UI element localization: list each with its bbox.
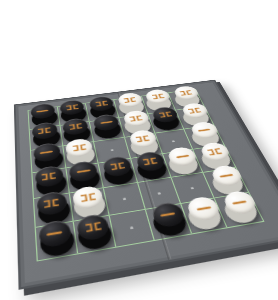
logo-bracket-icon — [134, 134, 153, 144]
cell-r6c6[interactable] — [215, 193, 263, 227]
line-dash-icon — [98, 118, 116, 127]
logo-bracket-icon — [205, 147, 225, 157]
cell-center-pip — [130, 226, 134, 229]
product-photo-scene — [0, 0, 278, 300]
cell-center-pip — [172, 140, 176, 142]
line-dash-icon — [173, 151, 193, 162]
white-disc-line-side[interactable] — [209, 164, 245, 187]
white-disc-logo-side[interactable] — [172, 85, 200, 101]
logo-bracket-icon — [122, 96, 139, 104]
logo-bracket-icon — [64, 103, 80, 111]
logo-bracket-icon — [42, 197, 62, 210]
logo-bracket-icon — [150, 93, 167, 101]
white-disc-logo-side[interactable] — [180, 102, 210, 119]
black-disc-logo-side[interactable] — [60, 99, 86, 116]
logo-bracket-icon — [67, 122, 84, 131]
logo-bracket-icon — [186, 107, 204, 116]
logo-bracket-icon — [40, 170, 59, 182]
logo-bracket-icon — [83, 220, 105, 234]
line-dash-icon — [193, 202, 216, 215]
logo-bracket-icon — [93, 100, 110, 108]
line-dash-icon — [74, 165, 93, 176]
line-dash-icon — [35, 107, 51, 116]
line-dash-icon — [38, 147, 56, 157]
cell-r6c1[interactable] — [36, 222, 78, 261]
logo-bracket-icon — [157, 110, 175, 119]
cell-r6c2[interactable] — [73, 216, 116, 254]
line-dash-icon — [228, 196, 251, 209]
cell-center-pip — [191, 187, 195, 190]
logo-bracket-icon — [78, 191, 98, 204]
white-disc-logo-side[interactable] — [145, 89, 173, 105]
logo-bracket-icon — [127, 114, 145, 123]
line-dash-icon — [157, 208, 179, 222]
logo-bracket-icon — [108, 161, 128, 172]
logo-bracket-icon — [36, 126, 53, 135]
line-dash-icon — [195, 126, 214, 135]
white-disc-logo-side[interactable] — [198, 141, 231, 162]
white-disc-line-side[interactable] — [189, 121, 220, 140]
black-disc-logo-side[interactable] — [102, 155, 133, 178]
cell-center-pip — [123, 197, 127, 200]
game-board — [14, 80, 278, 290]
cell-center-pip — [157, 192, 161, 195]
cell-center-pip — [111, 149, 114, 151]
line-dash-icon — [44, 226, 66, 241]
black-disc-line-side[interactable] — [30, 103, 55, 120]
logo-bracket-icon — [141, 156, 161, 167]
line-dash-icon — [216, 170, 237, 182]
black-disc-logo-side[interactable] — [89, 96, 115, 113]
black-disc-logo-side[interactable] — [76, 213, 111, 242]
board-grid — [28, 89, 265, 262]
logo-bracket-icon — [178, 89, 195, 97]
white-disc-logo-side[interactable] — [117, 92, 144, 108]
logo-bracket-icon — [70, 143, 88, 153]
